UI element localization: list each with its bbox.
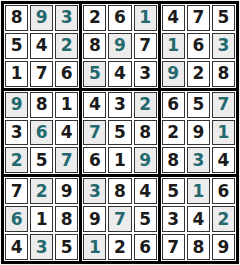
cell-r8c4[interactable]: 9: [83, 206, 106, 232]
cell-r5c5[interactable]: 5: [108, 120, 131, 146]
box-1: 893542176: [4, 4, 79, 88]
cell-r7c9[interactable]: 6: [212, 178, 235, 204]
cell-r1c5[interactable]: 6: [108, 5, 131, 31]
cell-r3c2[interactable]: 7: [30, 61, 53, 87]
cell-r6c6[interactable]: 9: [134, 147, 157, 173]
cell-r1c6[interactable]: 1: [134, 5, 157, 31]
box-3: 475163928: [161, 4, 236, 88]
cell-r4c5[interactable]: 3: [108, 92, 131, 118]
cell-r4c2[interactable]: 8: [30, 92, 53, 118]
cell-r3c9[interactable]: 8: [212, 61, 235, 87]
cell-r7c4[interactable]: 3: [83, 178, 106, 204]
cell-r6c8[interactable]: 3: [187, 147, 210, 173]
cell-r6c5[interactable]: 1: [108, 147, 131, 173]
cell-r5c7[interactable]: 2: [162, 120, 185, 146]
cell-r3c5[interactable]: 4: [108, 61, 131, 87]
cell-r5c9[interactable]: 1: [212, 120, 235, 146]
cell-r5c6[interactable]: 8: [134, 120, 157, 146]
cell-r7c8[interactable]: 1: [187, 178, 210, 204]
cell-r6c3[interactable]: 7: [55, 147, 78, 173]
cell-r3c7[interactable]: 9: [162, 61, 185, 87]
cell-r9c4[interactable]: 1: [83, 234, 106, 260]
cell-r2c4[interactable]: 8: [83, 33, 106, 59]
cell-r6c2[interactable]: 5: [30, 147, 53, 173]
cell-r7c6[interactable]: 4: [134, 178, 157, 204]
cell-r7c3[interactable]: 9: [55, 178, 78, 204]
cell-r8c5[interactable]: 7: [108, 206, 131, 232]
cell-r9c7[interactable]: 7: [162, 234, 185, 260]
box-7: 729618435: [4, 177, 79, 261]
cell-r5c4[interactable]: 7: [83, 120, 106, 146]
cell-r2c9[interactable]: 3: [212, 33, 235, 59]
cell-r8c7[interactable]: 3: [162, 206, 185, 232]
cell-r2c2[interactable]: 4: [30, 33, 53, 59]
cell-r5c1[interactable]: 3: [5, 120, 28, 146]
box-2: 261897543: [82, 4, 157, 88]
cell-r1c3[interactable]: 3: [55, 5, 78, 31]
cell-r2c3[interactable]: 2: [55, 33, 78, 59]
cell-r1c4[interactable]: 2: [83, 5, 106, 31]
cell-r4c3[interactable]: 1: [55, 92, 78, 118]
cell-r8c2[interactable]: 1: [30, 206, 53, 232]
cell-r5c3[interactable]: 4: [55, 120, 78, 146]
cell-r2c6[interactable]: 7: [134, 33, 157, 59]
box-6: 657291834: [161, 91, 236, 175]
box-9: 516342789: [161, 177, 236, 261]
cell-r9c6[interactable]: 6: [134, 234, 157, 260]
cell-r9c2[interactable]: 3: [30, 234, 53, 260]
cell-r2c8[interactable]: 6: [187, 33, 210, 59]
box-5: 432758619: [82, 91, 157, 175]
cell-r2c1[interactable]: 5: [5, 33, 28, 59]
cell-r8c9[interactable]: 2: [212, 206, 235, 232]
cell-r4c6[interactable]: 2: [134, 92, 157, 118]
cell-r1c9[interactable]: 5: [212, 5, 235, 31]
cell-r4c4[interactable]: 4: [83, 92, 106, 118]
cell-r8c1[interactable]: 6: [5, 206, 28, 232]
box-8: 384975126: [82, 177, 157, 261]
cell-r3c1[interactable]: 1: [5, 61, 28, 87]
cell-r7c2[interactable]: 2: [30, 178, 53, 204]
cell-r9c5[interactable]: 2: [108, 234, 131, 260]
cell-r9c9[interactable]: 9: [212, 234, 235, 260]
cell-r4c8[interactable]: 5: [187, 92, 210, 118]
sudoku-board: 8935421762618975434751639289813642574327…: [1, 1, 239, 264]
cell-r6c1[interactable]: 2: [5, 147, 28, 173]
cell-r4c7[interactable]: 6: [162, 92, 185, 118]
cell-r6c4[interactable]: 6: [83, 147, 106, 173]
cell-r8c6[interactable]: 5: [134, 206, 157, 232]
cell-r6c9[interactable]: 4: [212, 147, 235, 173]
cell-r2c5[interactable]: 9: [108, 33, 131, 59]
cell-r7c1[interactable]: 7: [5, 178, 28, 204]
cell-r3c6[interactable]: 3: [134, 61, 157, 87]
cell-r7c7[interactable]: 5: [162, 178, 185, 204]
cell-r7c5[interactable]: 8: [108, 178, 131, 204]
cell-r4c9[interactable]: 7: [212, 92, 235, 118]
cell-r8c3[interactable]: 8: [55, 206, 78, 232]
cell-r4c1[interactable]: 9: [5, 92, 28, 118]
cell-r9c8[interactable]: 8: [187, 234, 210, 260]
cell-r3c8[interactable]: 2: [187, 61, 210, 87]
cell-r5c2[interactable]: 6: [30, 120, 53, 146]
cell-r1c8[interactable]: 7: [187, 5, 210, 31]
cell-r3c4[interactable]: 5: [83, 61, 106, 87]
cell-r1c2[interactable]: 9: [30, 5, 53, 31]
cell-r6c7[interactable]: 8: [162, 147, 185, 173]
cell-r2c7[interactable]: 1: [162, 33, 185, 59]
cell-r9c3[interactable]: 5: [55, 234, 78, 260]
cell-r1c1[interactable]: 8: [5, 5, 28, 31]
cell-r9c1[interactable]: 4: [5, 234, 28, 260]
box-4: 981364257: [4, 91, 79, 175]
cell-r5c8[interactable]: 9: [187, 120, 210, 146]
cell-r3c3[interactable]: 6: [55, 61, 78, 87]
cell-r8c8[interactable]: 4: [187, 206, 210, 232]
cell-r1c7[interactable]: 4: [162, 5, 185, 31]
